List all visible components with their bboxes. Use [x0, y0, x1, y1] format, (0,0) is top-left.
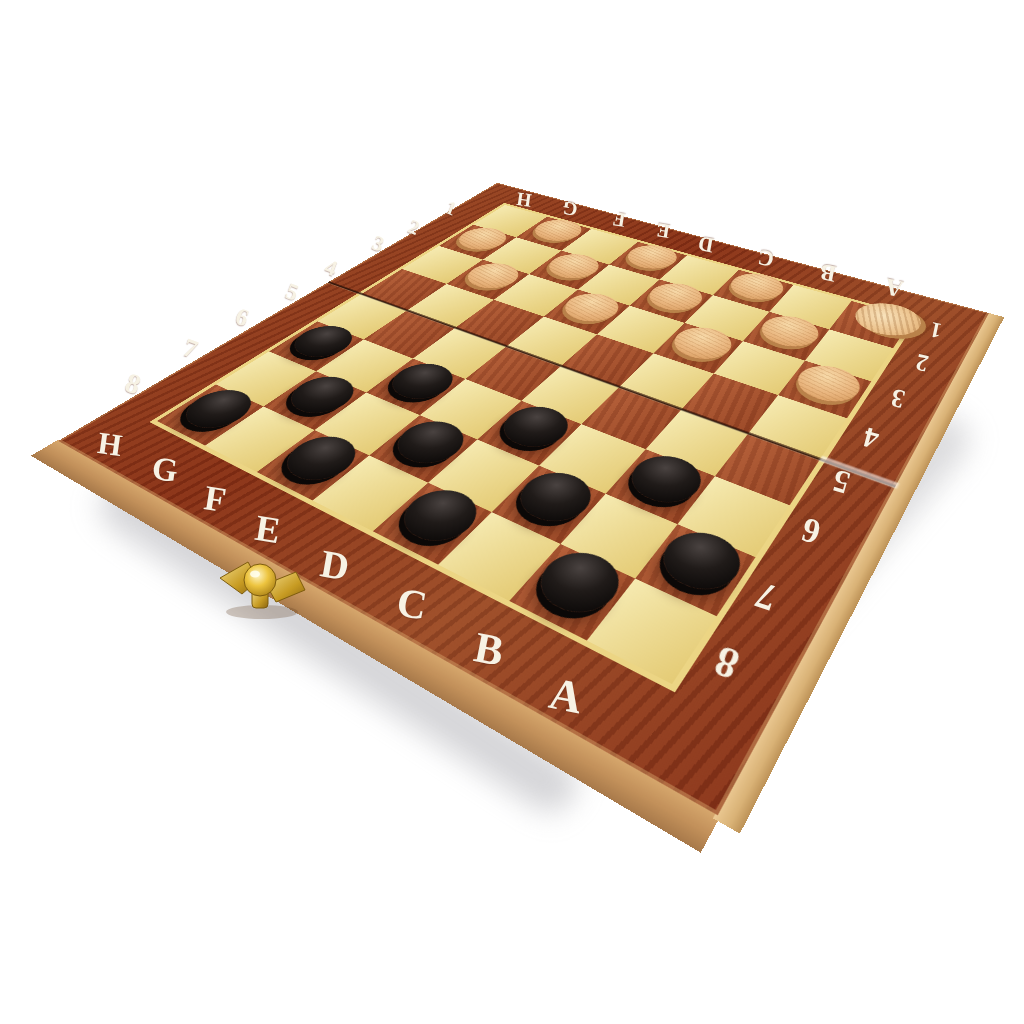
label-rank-left-6: 6 [232, 304, 251, 331]
label-file-near-G: G [150, 452, 180, 488]
label-file-near-H: H [96, 427, 124, 461]
product-photo-scene: HGFEDCBA87654321HGFEDCBA12345678 [0, 0, 1024, 1024]
clasp-highlight [250, 571, 260, 578]
brass-clasp[interactable] [212, 550, 312, 622]
label-file-far-G: G [561, 199, 578, 220]
label-file-far-H: H [515, 190, 532, 211]
label-file-near-E: E [253, 509, 283, 549]
clasp-knob [244, 564, 276, 596]
